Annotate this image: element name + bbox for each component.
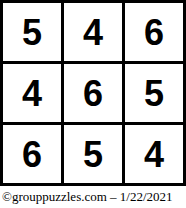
cell-r2c3: 5 [125,64,183,122]
cell-r2c1: 4 [3,64,61,122]
cell-r1c3: 6 [125,3,183,61]
footer-copyright: ©grouppuzzles.com – 1/22/2021 [2,186,186,208]
cell-r3c1: 6 [3,125,61,183]
cell-r1c1: 5 [3,3,61,61]
cell-r1c2: 4 [64,3,122,61]
cell-r3c3: 4 [125,125,183,183]
puzzle-board: 5 4 6 4 6 5 6 5 4 [0,0,186,186]
cell-r2c2: 6 [64,64,122,122]
cell-r3c2: 5 [64,125,122,183]
